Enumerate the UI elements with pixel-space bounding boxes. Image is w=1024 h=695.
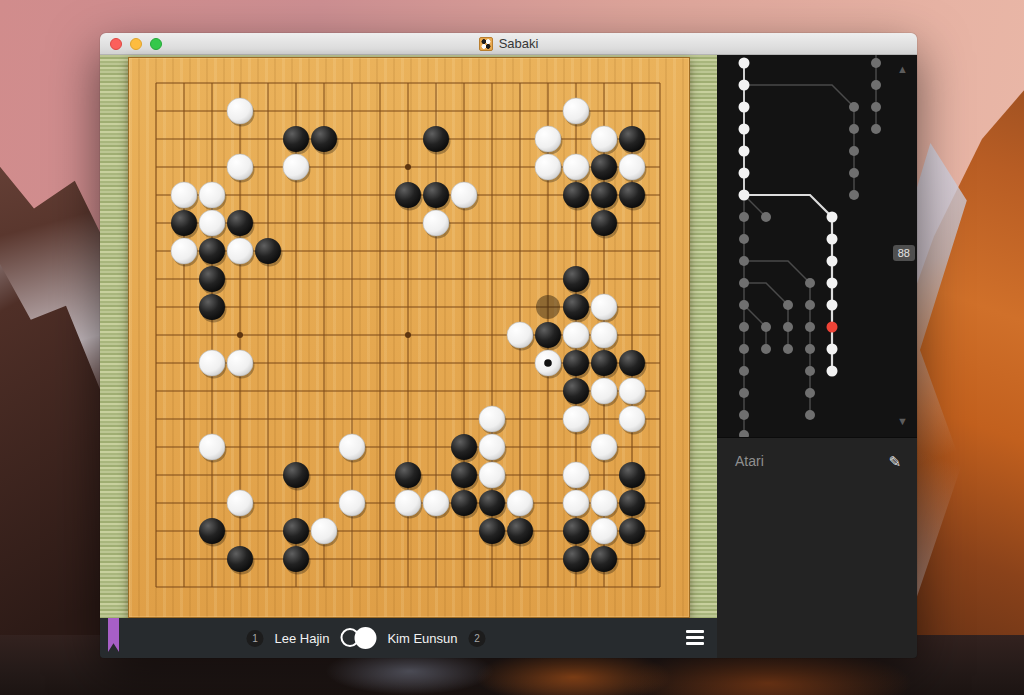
white-player-name: Kim Eunsun [387,631,457,646]
white-stone[interactable] [563,462,589,488]
game-tree-panel[interactable]: ▲ ▼ 88 [717,55,917,437]
black-stone[interactable] [311,126,337,152]
tree-node-white[interactable] [739,58,750,69]
board-region: 1 Lee Hajin Kim Eunsun 2 [100,55,717,658]
black-stone[interactable] [563,378,589,404]
black-player-name: Lee Hajin [274,631,329,646]
black-stone[interactable] [423,182,449,208]
black-stone[interactable] [283,518,309,544]
tree-node-grey[interactable] [849,102,859,112]
black-stone[interactable] [619,126,645,152]
tree-node-white[interactable] [827,278,838,289]
last-move-marker [544,359,552,367]
turn-toggle[interactable] [340,626,376,650]
tree-node-white[interactable] [827,300,838,311]
scroll-up-icon[interactable]: ▲ [897,63,908,75]
white-stone[interactable] [199,210,225,236]
white-stone[interactable] [227,238,253,264]
black-stone[interactable] [171,210,197,236]
tree-node-white[interactable] [739,80,750,91]
white-stone[interactable] [479,462,505,488]
white-stone-icon [354,627,376,649]
black-stone[interactable] [563,182,589,208]
tree-node-grey[interactable] [739,410,749,420]
black-stone[interactable] [619,182,645,208]
white-stone[interactable] [619,406,645,432]
tree-node-grey[interactable] [739,256,749,266]
tree-node-white[interactable] [827,344,838,355]
tree-node-white[interactable] [739,168,750,179]
menu-icon[interactable] [686,630,704,646]
white-stone[interactable] [311,518,337,544]
ghost-stone [536,295,560,319]
white-stone[interactable] [171,238,197,264]
white-stone[interactable] [619,154,645,180]
tree-node-white[interactable] [739,102,750,113]
tree-node-grey[interactable] [739,234,749,244]
tree-node-grey[interactable] [739,322,749,332]
window-title: Sabaki [499,36,539,51]
tree-node-grey[interactable] [849,146,859,156]
white-stone[interactable] [479,434,505,460]
tree-node-grey[interactable] [871,102,881,112]
tree-node-grey[interactable] [761,344,771,354]
comment-panel[interactable]: Atari ✎ [717,437,917,658]
black-stone[interactable] [451,490,477,516]
black-stone[interactable] [591,350,617,376]
white-stone[interactable] [563,98,589,124]
tree-node-grey[interactable] [805,278,815,288]
tree-node-grey[interactable] [849,168,859,178]
white-stone[interactable] [507,322,533,348]
tree-node-white[interactable] [827,256,838,267]
black-stone[interactable] [199,294,225,320]
star-point [405,332,411,338]
tree-node-grey[interactable] [739,388,749,398]
sidebar: ▲ ▼ 88 Atari ✎ [717,55,917,658]
white-stone[interactable] [591,126,617,152]
tree-node-grey[interactable] [739,344,749,354]
black-player-badge: 1 [246,630,263,647]
white-stone[interactable] [591,490,617,516]
bookmark-ribbon-icon[interactable] [108,618,119,652]
tree-node-grey[interactable] [783,300,793,310]
black-stone[interactable] [283,462,309,488]
game-tree[interactable] [717,55,917,437]
white-stone[interactable] [227,490,253,516]
white-stone[interactable] [227,98,253,124]
white-stone[interactable] [283,154,309,180]
black-stone[interactable] [591,546,617,572]
white-stone[interactable] [227,350,253,376]
tree-node-red[interactable] [827,322,838,333]
black-stone[interactable] [227,210,253,236]
tree-node-grey[interactable] [739,278,749,288]
player-bar: 1 Lee Hajin Kim Eunsun 2 [100,618,717,658]
black-stone[interactable] [563,546,589,572]
minimize-button[interactable] [130,38,142,50]
black-stone[interactable] [563,350,589,376]
black-stone[interactable] [255,238,281,264]
title-bar[interactable]: Sabaki [100,33,917,55]
go-board[interactable] [100,55,717,618]
tree-edge [744,85,854,195]
black-stone[interactable] [591,210,617,236]
tree-node-grey[interactable] [805,322,815,332]
tree-node-grey[interactable] [783,344,793,354]
black-stone[interactable] [507,518,533,544]
desktop-wallpaper: Sabaki 1 Lee Hajin Kim E [0,0,1024,695]
tree-node-grey[interactable] [849,124,859,134]
white-stone[interactable] [171,182,197,208]
title-group: Sabaki [479,36,539,51]
black-stone[interactable] [619,462,645,488]
white-stone[interactable] [423,210,449,236]
white-stone[interactable] [591,434,617,460]
black-stone[interactable] [199,266,225,292]
white-stone[interactable] [563,490,589,516]
white-stone[interactable] [619,378,645,404]
sabaki-app-icon [479,37,493,51]
edit-pencil-icon[interactable]: ✎ [888,453,901,471]
traffic-lights [110,38,162,50]
tree-node-grey[interactable] [739,300,749,310]
tree-node-grey[interactable] [871,58,881,68]
tree-node-grey[interactable] [871,124,881,134]
tree-node-white[interactable] [739,124,750,135]
black-stone[interactable] [563,518,589,544]
sabaki-window: Sabaki 1 Lee Hajin Kim E [100,33,917,658]
white-stone[interactable] [507,490,533,516]
tree-node-grey[interactable] [849,190,859,200]
tree-edge [744,261,810,415]
white-stone[interactable] [339,490,365,516]
black-stone[interactable] [395,182,421,208]
star-point [405,164,411,170]
tree-node-white[interactable] [827,366,838,377]
tree-node-grey[interactable] [871,80,881,90]
tree-node-white[interactable] [827,212,838,223]
black-stone[interactable] [479,518,505,544]
white-stone[interactable] [591,518,617,544]
black-stone[interactable] [451,462,477,488]
black-stone[interactable] [199,518,225,544]
tree-node-grey[interactable] [739,212,749,222]
black-stone[interactable] [479,490,505,516]
tree-node-grey[interactable] [761,322,771,332]
white-player-badge: 2 [469,630,486,647]
white-stone[interactable] [227,154,253,180]
tree-node-white[interactable] [739,146,750,157]
black-stone[interactable] [283,546,309,572]
white-stone[interactable] [199,350,225,376]
star-point [237,332,243,338]
black-stone[interactable] [591,182,617,208]
tree-node-grey[interactable] [739,430,749,437]
tree-node-white[interactable] [827,234,838,245]
player-group: 1 Lee Hajin Kim Eunsun 2 [246,618,485,658]
white-stone[interactable] [591,378,617,404]
comment-text: Atari [735,453,899,469]
tree-node-grey[interactable] [783,322,793,332]
black-stone[interactable] [619,490,645,516]
black-stone[interactable] [199,238,225,264]
black-stone[interactable] [283,126,309,152]
white-stone[interactable] [563,154,589,180]
black-stone[interactable] [535,322,561,348]
tree-node-grey[interactable] [805,344,815,354]
white-stone[interactable] [339,434,365,460]
white-stone[interactable] [591,322,617,348]
move-number-badge: 88 [893,245,915,261]
close-button[interactable] [110,38,122,50]
tree-node-grey[interactable] [739,366,749,376]
black-stone[interactable] [619,518,645,544]
white-stone[interactable] [591,294,617,320]
white-stone[interactable] [479,406,505,432]
white-stone[interactable] [535,126,561,152]
black-stone[interactable] [591,154,617,180]
black-stone[interactable] [227,546,253,572]
tree-node-grey[interactable] [805,388,815,398]
scroll-down-icon[interactable]: ▼ [897,415,908,427]
black-stone[interactable] [395,462,421,488]
white-stone[interactable] [563,406,589,432]
tree-node-grey[interactable] [761,212,771,222]
white-stone[interactable] [199,434,225,460]
zoom-button[interactable] [150,38,162,50]
white-stone[interactable] [199,182,225,208]
white-stone[interactable] [395,490,421,516]
tree-node-grey[interactable] [805,410,815,420]
white-stone[interactable] [563,322,589,348]
black-stone[interactable] [619,350,645,376]
black-stone[interactable] [451,434,477,460]
tree-node-grey[interactable] [805,366,815,376]
black-stone[interactable] [563,266,589,292]
white-stone[interactable] [423,490,449,516]
white-stone[interactable] [451,182,477,208]
tree-node-white[interactable] [739,190,750,201]
tree-node-grey[interactable] [805,300,815,310]
white-stone[interactable] [535,154,561,180]
black-stone[interactable] [563,294,589,320]
black-stone[interactable] [423,126,449,152]
